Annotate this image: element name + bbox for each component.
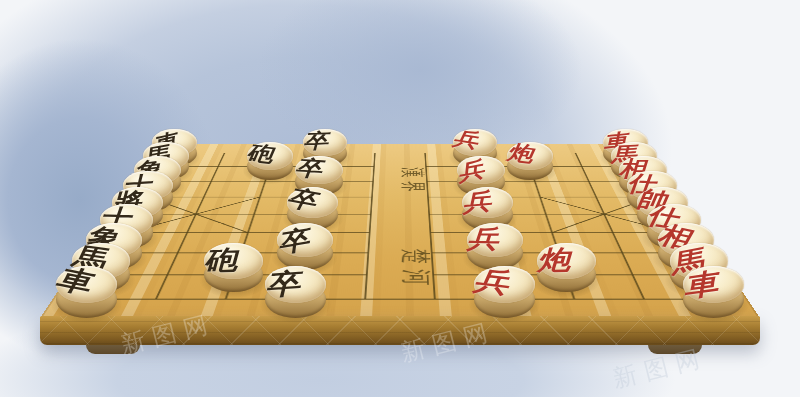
piece-top-face: 車 (56, 266, 118, 303)
piece-black-砲[interactable]: 砲 (204, 243, 263, 292)
piece-glyph: 卒 (264, 267, 328, 299)
piece-top-face: 卒 (287, 187, 339, 218)
piece-glyph: 砲 (246, 142, 294, 167)
piece-top-face: 卒 (303, 129, 347, 156)
piece-top-face: 砲 (247, 142, 293, 170)
piece-glyph: 車 (681, 265, 746, 301)
piece-glyph: 卒 (285, 185, 340, 217)
piece-top-face: 炮 (507, 142, 553, 170)
piece-glyph: 兵 (467, 225, 524, 251)
piece-top-face: 兵 (467, 223, 523, 257)
piece-red-車[interactable]: 車 (683, 266, 745, 318)
piece-black-砲[interactable]: 砲 (247, 142, 293, 180)
piece-top-face: 砲 (204, 243, 263, 278)
pieces-layer: 車馬象士將士象馬車砲砲卒卒卒卒卒兵兵兵兵兵炮炮車馬相仕帥仕相馬車 (0, 0, 800, 397)
piece-black-卒[interactable]: 卒 (277, 223, 333, 270)
piece-top-face: 卒 (265, 266, 327, 303)
piece-top-face: 兵 (457, 156, 505, 185)
photo-scene: 漢界楚河 車馬象士將士象馬車砲砲卒卒卒卒卒兵兵兵兵兵炮炮車馬相仕帥仕相馬車 新图… (0, 0, 800, 397)
piece-red-炮[interactable]: 炮 (507, 142, 553, 180)
piece-black-卒[interactable]: 卒 (265, 266, 327, 318)
piece-glyph: 卒 (275, 221, 335, 256)
piece-top-face: 兵 (453, 129, 497, 156)
piece-red-兵[interactable]: 兵 (474, 266, 536, 318)
piece-glyph: 炮 (536, 246, 595, 273)
piece-glyph: 砲 (204, 246, 264, 274)
piece-glyph: 炮 (506, 142, 554, 168)
piece-top-face: 卒 (295, 156, 343, 185)
piece-glyph: 卒 (294, 157, 343, 182)
piece-red-炮[interactable]: 炮 (537, 243, 596, 292)
piece-glyph: 兵 (452, 128, 499, 155)
piece-top-face: 炮 (537, 243, 596, 278)
piece-top-face: 兵 (462, 187, 514, 218)
piece-glyph: 兵 (461, 187, 515, 215)
piece-glyph: 兵 (472, 266, 537, 301)
piece-glyph: 卒 (302, 131, 347, 152)
piece-black-車[interactable]: 車 (56, 266, 118, 318)
piece-top-face: 卒 (277, 223, 333, 257)
